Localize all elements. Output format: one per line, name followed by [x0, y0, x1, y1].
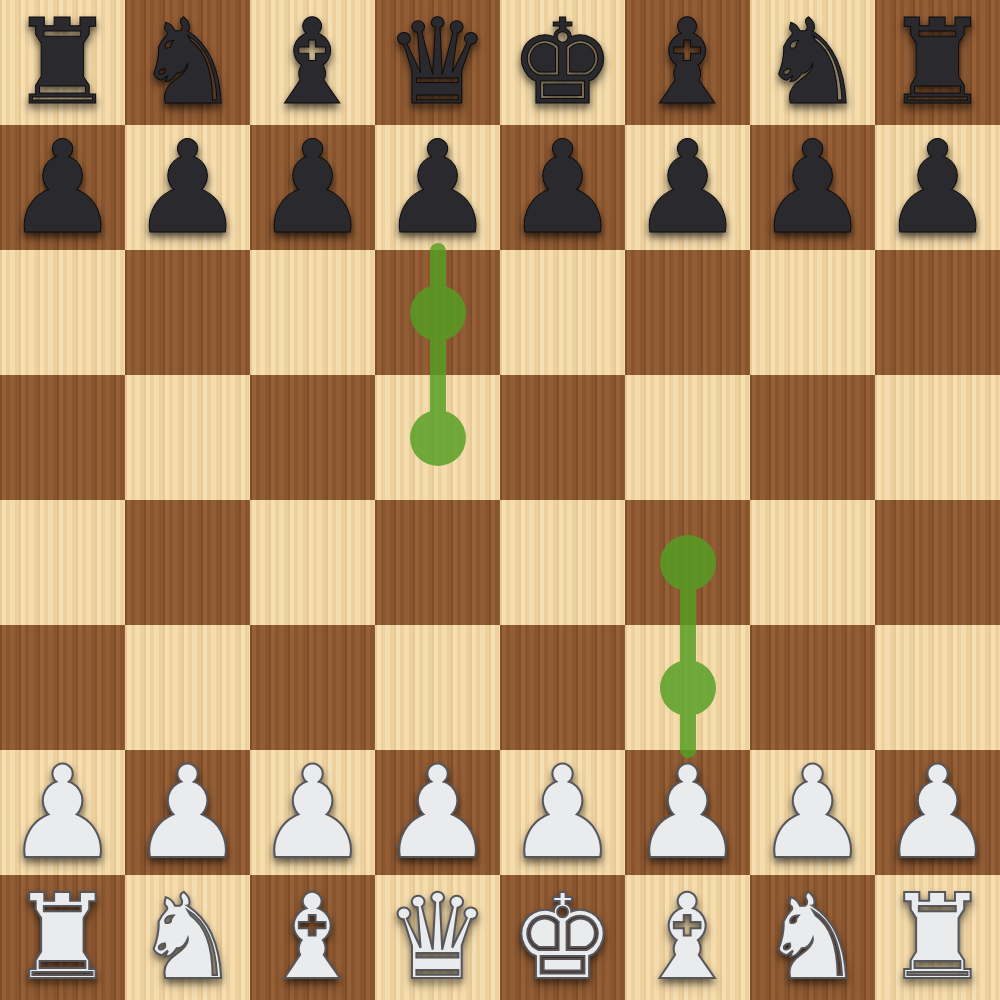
move-hint-dot-f3[interactable] — [660, 660, 716, 716]
white-pawn[interactable]: ♟ — [630, 750, 745, 875]
square-f7[interactable]: ♟ — [625, 125, 750, 250]
black-rook[interactable]: ♜ — [10, 0, 116, 125]
square-e5[interactable] — [500, 375, 625, 500]
square-c8[interactable]: ♝ — [250, 0, 375, 125]
square-d1[interactable]: ♛ — [375, 875, 500, 1000]
square-f6[interactable] — [625, 250, 750, 375]
white-bishop[interactable]: ♝ — [635, 875, 741, 1000]
square-c4[interactable] — [250, 500, 375, 625]
square-g5[interactable] — [750, 375, 875, 500]
square-d2[interactable]: ♟ — [375, 750, 500, 875]
square-h7[interactable]: ♟ — [875, 125, 1000, 250]
square-d8[interactable]: ♛ — [375, 0, 500, 125]
black-bishop[interactable]: ♝ — [260, 0, 366, 125]
square-b3[interactable] — [125, 625, 250, 750]
square-a2[interactable]: ♟ — [0, 750, 125, 875]
square-c2[interactable]: ♟ — [250, 750, 375, 875]
black-pawn[interactable]: ♟ — [880, 125, 995, 250]
white-knight[interactable]: ♞ — [135, 875, 241, 1000]
black-bishop[interactable]: ♝ — [635, 0, 741, 125]
white-rook[interactable]: ♜ — [885, 875, 991, 1000]
square-h6[interactable] — [875, 250, 1000, 375]
square-g8[interactable]: ♞ — [750, 0, 875, 125]
square-c7[interactable]: ♟ — [250, 125, 375, 250]
white-pawn[interactable]: ♟ — [130, 750, 245, 875]
square-e4[interactable] — [500, 500, 625, 625]
black-pawn[interactable]: ♟ — [630, 125, 745, 250]
square-g3[interactable] — [750, 625, 875, 750]
square-a5[interactable] — [0, 375, 125, 500]
black-king[interactable]: ♚ — [510, 0, 616, 125]
square-b1[interactable]: ♞ — [125, 875, 250, 1000]
square-d3[interactable] — [375, 625, 500, 750]
white-pawn[interactable]: ♟ — [505, 750, 620, 875]
white-pawn[interactable]: ♟ — [880, 750, 995, 875]
square-g6[interactable] — [750, 250, 875, 375]
move-hint-dot-f4[interactable] — [660, 535, 716, 591]
white-queen[interactable]: ♛ — [385, 875, 491, 1000]
black-pawn[interactable]: ♟ — [505, 125, 620, 250]
move-hint-dot-d6[interactable] — [410, 285, 466, 341]
white-pawn[interactable]: ♟ — [5, 750, 120, 875]
square-e7[interactable]: ♟ — [500, 125, 625, 250]
white-knight[interactable]: ♞ — [760, 875, 866, 1000]
square-a7[interactable]: ♟ — [0, 125, 125, 250]
square-f8[interactable]: ♝ — [625, 0, 750, 125]
black-knight[interactable]: ♞ — [760, 0, 866, 125]
chess-board: ♜♞♝♛♚♝♞♜♟♟♟♟♟♟♟♟♟♟♟♟♟♟♟♟♜♞♝♛♚♝♞♜ — [0, 0, 1000, 1000]
white-king[interactable]: ♚ — [510, 875, 616, 1000]
white-pawn[interactable]: ♟ — [255, 750, 370, 875]
white-bishop[interactable]: ♝ — [260, 875, 366, 1000]
black-pawn[interactable]: ♟ — [380, 125, 495, 250]
black-pawn[interactable]: ♟ — [130, 125, 245, 250]
square-a8[interactable]: ♜ — [0, 0, 125, 125]
square-e3[interactable] — [500, 625, 625, 750]
square-e6[interactable] — [500, 250, 625, 375]
square-g4[interactable] — [750, 500, 875, 625]
square-b5[interactable] — [125, 375, 250, 500]
square-c5[interactable] — [250, 375, 375, 500]
move-hint-dot-d5[interactable] — [410, 410, 466, 466]
square-h1[interactable]: ♜ — [875, 875, 1000, 1000]
square-h4[interactable] — [875, 500, 1000, 625]
white-rook[interactable]: ♜ — [10, 875, 116, 1000]
black-queen[interactable]: ♛ — [385, 0, 491, 125]
square-f2[interactable]: ♟ — [625, 750, 750, 875]
white-pawn[interactable]: ♟ — [755, 750, 870, 875]
square-e8[interactable]: ♚ — [500, 0, 625, 125]
square-h2[interactable]: ♟ — [875, 750, 1000, 875]
square-b2[interactable]: ♟ — [125, 750, 250, 875]
black-pawn[interactable]: ♟ — [255, 125, 370, 250]
square-g1[interactable]: ♞ — [750, 875, 875, 1000]
square-c6[interactable] — [250, 250, 375, 375]
square-d7[interactable]: ♟ — [375, 125, 500, 250]
square-g7[interactable]: ♟ — [750, 125, 875, 250]
square-a3[interactable] — [0, 625, 125, 750]
square-a4[interactable] — [0, 500, 125, 625]
square-a1[interactable]: ♜ — [0, 875, 125, 1000]
square-f5[interactable] — [625, 375, 750, 500]
white-pawn[interactable]: ♟ — [380, 750, 495, 875]
square-d4[interactable] — [375, 500, 500, 625]
square-c3[interactable] — [250, 625, 375, 750]
square-g2[interactable]: ♟ — [750, 750, 875, 875]
square-b7[interactable]: ♟ — [125, 125, 250, 250]
square-c1[interactable]: ♝ — [250, 875, 375, 1000]
square-b8[interactable]: ♞ — [125, 0, 250, 125]
square-b4[interactable] — [125, 500, 250, 625]
square-h3[interactable] — [875, 625, 1000, 750]
black-pawn[interactable]: ♟ — [5, 125, 120, 250]
square-e2[interactable]: ♟ — [500, 750, 625, 875]
square-h8[interactable]: ♜ — [875, 0, 1000, 125]
black-pawn[interactable]: ♟ — [755, 125, 870, 250]
black-rook[interactable]: ♜ — [885, 0, 991, 125]
square-e1[interactable]: ♚ — [500, 875, 625, 1000]
square-h5[interactable] — [875, 375, 1000, 500]
square-b6[interactable] — [125, 250, 250, 375]
square-a6[interactable] — [0, 250, 125, 375]
square-f1[interactable]: ♝ — [625, 875, 750, 1000]
black-knight[interactable]: ♞ — [135, 0, 241, 125]
